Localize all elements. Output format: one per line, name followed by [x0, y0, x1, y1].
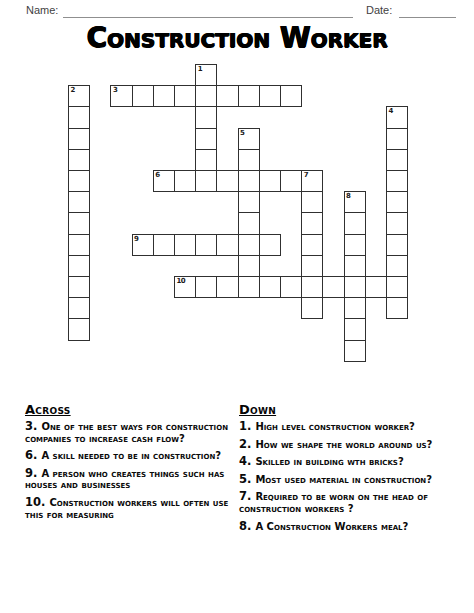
grid-cell-r6c11[interactable] — [301, 191, 323, 213]
cell-number-5: 5 — [240, 129, 244, 137]
grid-cell-r1c2[interactable]: 3 — [110, 85, 132, 107]
cell-number-9: 9 — [134, 235, 138, 243]
down-clue-number-5: 5. — [239, 472, 255, 486]
grid-cell-r10c12[interactable] — [322, 276, 344, 298]
down-clue-2: 2. How we shape the world around us? — [239, 439, 435, 451]
cell-number-6: 6 — [155, 171, 159, 179]
date-blank-line[interactable] — [399, 3, 456, 18]
down-clues-section: Down 1. High level construction worker?2… — [239, 402, 435, 538]
cell-number-8: 8 — [346, 192, 350, 200]
grid-cell-r5c0[interactable] — [68, 170, 90, 192]
cell-number-7: 7 — [304, 171, 308, 179]
grid-cell-r6c13[interactable]: 8 — [344, 191, 366, 213]
grid-cell-r10c0[interactable] — [68, 276, 90, 298]
grid-cell-r8c4[interactable] — [153, 234, 175, 256]
grid-cell-r10c13[interactable] — [344, 276, 366, 298]
grid-cell-r5c15[interactable] — [386, 170, 408, 192]
grid-cell-r1c10[interactable] — [280, 85, 302, 107]
down-clue-number-4: 4. — [239, 454, 255, 468]
grid-cell-r6c8[interactable] — [238, 191, 260, 213]
grid-cell-r2c0[interactable] — [68, 106, 90, 128]
down-clue-list: 1. High level construction worker?2. How… — [239, 421, 435, 532]
grid-cell-r5c10[interactable] — [280, 170, 302, 192]
grid-cell-r8c5[interactable] — [174, 234, 196, 256]
grid-cell-r13c13[interactable] — [344, 340, 366, 362]
across-clue-9: 9. A person who creates things such has … — [25, 468, 231, 491]
down-clue-8: 8. A Construction Workers meal? — [239, 521, 435, 533]
grid-cell-r10c8[interactable] — [238, 276, 260, 298]
grid-cell-r9c8[interactable] — [238, 255, 260, 277]
grid-cell-r1c9[interactable] — [259, 85, 281, 107]
grid-cell-r12c0[interactable] — [68, 318, 90, 340]
down-clue-5: 5. Most used material in construction? — [239, 474, 435, 486]
grid-cell-r10c14[interactable] — [365, 276, 387, 298]
grid-cell-r8c11[interactable] — [301, 234, 323, 256]
grid-cell-r4c6[interactable] — [195, 149, 217, 171]
grid-cell-r11c0[interactable] — [68, 297, 90, 319]
across-clues-section: Across 3. One of the best ways for const… — [25, 402, 231, 526]
grid-cell-r5c5[interactable] — [174, 170, 196, 192]
grid-cell-r10c7[interactable] — [216, 276, 238, 298]
grid-cell-r11c11[interactable] — [301, 297, 323, 319]
grid-cell-r10c9[interactable] — [259, 276, 281, 298]
grid-cell-r9c15[interactable] — [386, 255, 408, 277]
across-clue-10: 10. Construction workers will often use … — [25, 497, 231, 520]
grid-cell-r0c6[interactable]: 1 — [195, 64, 217, 86]
cell-number-3: 3 — [113, 86, 117, 94]
cell-number-10: 10 — [177, 277, 186, 285]
grid-cell-r8c0[interactable] — [68, 234, 90, 256]
grid-cell-r6c15[interactable] — [386, 191, 408, 213]
puzzle-title: Construction Worker — [0, 23, 474, 53]
across-clue-number-9: 9. — [25, 466, 41, 480]
across-heading: Across — [25, 402, 231, 417]
grid-cell-r5c8[interactable] — [238, 170, 260, 192]
grid-cell-r8c9[interactable] — [259, 234, 281, 256]
grid-cell-r7c0[interactable] — [68, 212, 90, 234]
down-clue-1: 1. High level construction worker? — [239, 421, 435, 433]
grid-cell-r9c13[interactable] — [344, 255, 366, 277]
grid-cell-r9c0[interactable] — [68, 255, 90, 277]
grid-cell-r1c8[interactable] — [238, 85, 260, 107]
grid-cell-r5c4[interactable]: 6 — [153, 170, 175, 192]
grid-cell-r8c6[interactable] — [195, 234, 217, 256]
down-clue-4: 4. Skilled in building wth bricks? — [239, 456, 435, 468]
across-clue-list: 3. One of the best ways for construction… — [25, 421, 231, 520]
across-clue-number-3: 3. — [25, 419, 41, 433]
date-label: Date: — [366, 4, 392, 16]
grid-cell-r10c10[interactable] — [280, 276, 302, 298]
grid-cell-r11c13[interactable] — [344, 297, 366, 319]
grid-cell-r8c7[interactable] — [216, 234, 238, 256]
grid-cell-r3c8[interactable]: 5 — [238, 128, 260, 150]
crossword-grid: 12345678910 — [68, 64, 408, 362]
grid-cell-r1c0[interactable]: 2 — [68, 85, 90, 107]
down-clue-number-2: 2. — [239, 437, 255, 451]
grid-cell-r1c3[interactable] — [132, 85, 154, 107]
grid-cell-r2c15[interactable]: 4 — [386, 106, 408, 128]
name-blank-line[interactable] — [63, 3, 353, 18]
grid-cell-r7c8[interactable] — [238, 212, 260, 234]
grid-cell-r9c11[interactable] — [301, 255, 323, 277]
grid-cell-r8c15[interactable] — [386, 234, 408, 256]
grid-cell-r4c8[interactable] — [238, 149, 260, 171]
grid-cell-r1c5[interactable] — [174, 85, 196, 107]
grid-cell-r3c0[interactable] — [68, 128, 90, 150]
grid-cell-r3c15[interactable] — [386, 128, 408, 150]
grid-cell-r5c9[interactable] — [259, 170, 281, 192]
across-clue-number-10: 10. — [25, 495, 49, 509]
grid-cell-r7c15[interactable] — [386, 212, 408, 234]
across-clue-6: 6. A skill needed to be in construction? — [25, 450, 231, 462]
grid-cell-r4c15[interactable] — [386, 149, 408, 171]
across-clue-number-6: 6. — [25, 448, 41, 462]
grid-cell-r1c4[interactable] — [153, 85, 175, 107]
grid-cell-r10c15[interactable] — [386, 276, 408, 298]
grid-cell-r3c6[interactable] — [195, 128, 217, 150]
grid-cell-r7c11[interactable] — [301, 212, 323, 234]
grid-cell-r12c13[interactable] — [344, 318, 366, 340]
cell-number-4: 4 — [389, 107, 393, 115]
grid-cell-r10c5[interactable]: 10 — [174, 276, 196, 298]
grid-cell-r10c11[interactable] — [301, 276, 323, 298]
grid-cell-r2c6[interactable] — [195, 106, 217, 128]
grid-cell-r8c3[interactable]: 9 — [132, 234, 154, 256]
grid-cell-r1c7[interactable] — [216, 85, 238, 107]
across-clue-3: 3. One of the best ways for construction… — [25, 421, 231, 444]
name-label: Name: — [26, 4, 58, 16]
down-heading: Down — [239, 402, 435, 417]
grid-cell-r8c13[interactable] — [344, 234, 366, 256]
down-clue-7: 7. Required to be worn on the head of co… — [239, 491, 435, 514]
down-clue-number-1: 1. — [239, 419, 255, 433]
grid-cell-r5c6[interactable] — [195, 170, 217, 192]
grid-cell-r7c13[interactable] — [344, 212, 366, 234]
cell-number-1: 1 — [198, 65, 202, 73]
grid-cell-r5c11[interactable]: 7 — [301, 170, 323, 192]
grid-cell-r1c6[interactable] — [195, 85, 217, 107]
grid-cell-r5c7[interactable] — [216, 170, 238, 192]
grid-cell-r4c0[interactable] — [68, 149, 90, 171]
grid-cell-r11c15[interactable] — [386, 297, 408, 319]
grid-cell-r6c0[interactable] — [68, 191, 90, 213]
down-clue-number-8: 8. — [239, 519, 255, 533]
cell-number-2: 2 — [71, 86, 75, 94]
worksheet-page: Name: Date: Construction Worker 12345678… — [0, 0, 474, 613]
down-clue-number-7: 7. — [239, 489, 255, 503]
grid-cell-r8c8[interactable] — [238, 234, 260, 256]
grid-cell-r10c6[interactable] — [195, 276, 217, 298]
